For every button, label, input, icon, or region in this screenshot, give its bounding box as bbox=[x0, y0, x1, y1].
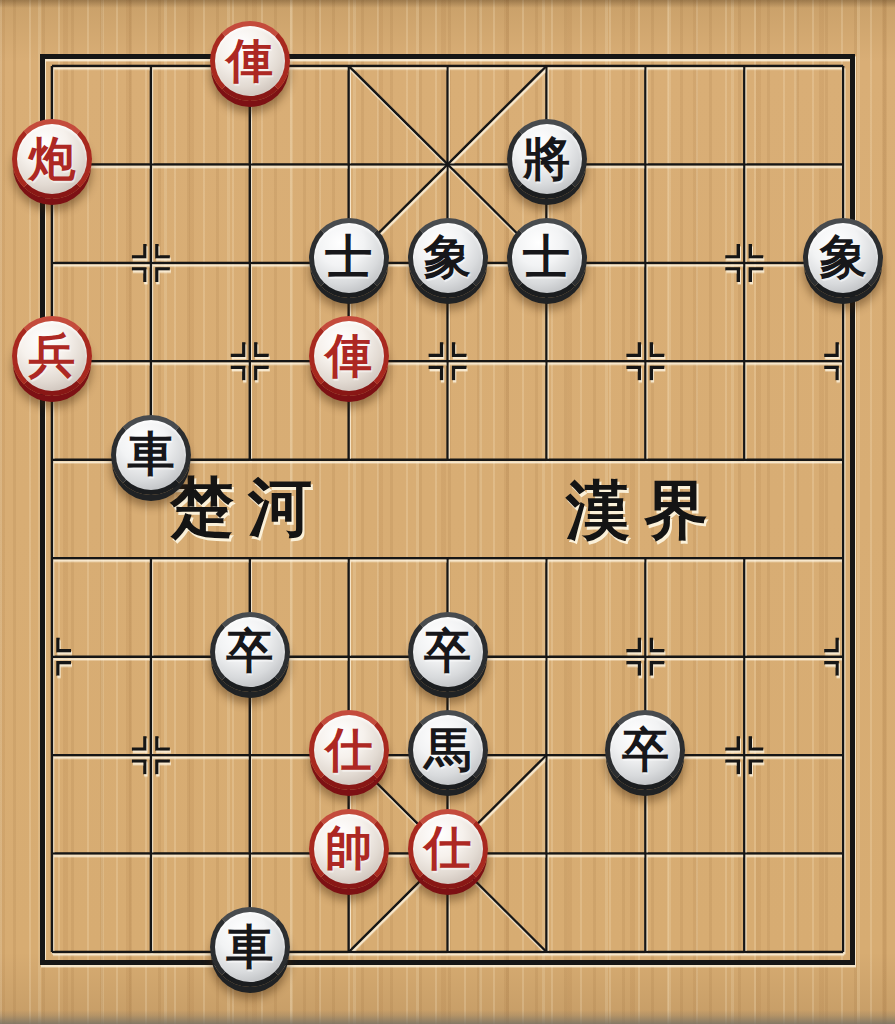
piece-glyph: 兵 bbox=[29, 332, 76, 381]
piece-black-chariot[interactable]: 車 bbox=[210, 907, 290, 987]
piece-glyph: 帥 bbox=[325, 824, 372, 873]
piece-glyph: 士 bbox=[523, 233, 570, 282]
piece-black-general[interactable]: 將 bbox=[507, 119, 587, 199]
piece-red-general[interactable]: 帥 bbox=[309, 809, 389, 889]
piece-red-cannon[interactable]: 炮 bbox=[12, 119, 92, 199]
piece-black-elephant[interactable]: 象 bbox=[803, 218, 883, 298]
piece-black-advisor[interactable]: 士 bbox=[507, 218, 587, 298]
piece-glyph: 卒 bbox=[622, 726, 669, 775]
piece-glyph: 馬 bbox=[424, 726, 471, 775]
piece-red-chariot[interactable]: 俥 bbox=[309, 316, 389, 396]
piece-glyph: 卒 bbox=[424, 627, 471, 676]
piece-red-soldier[interactable]: 兵 bbox=[12, 316, 92, 396]
piece-glyph: 卒 bbox=[226, 627, 273, 676]
piece-glyph: 將 bbox=[523, 135, 570, 184]
piece-glyph: 炮 bbox=[29, 135, 76, 184]
piece-red-advisor[interactable]: 仕 bbox=[309, 710, 389, 790]
piece-black-advisor[interactable]: 士 bbox=[309, 218, 389, 298]
piece-glyph: 象 bbox=[820, 233, 867, 282]
piece-glyph: 士 bbox=[325, 233, 372, 282]
piece-glyph: 車 bbox=[127, 430, 174, 479]
piece-black-soldier[interactable]: 卒 bbox=[210, 612, 290, 692]
piece-red-advisor[interactable]: 仕 bbox=[408, 809, 488, 889]
xiangqi-board: 楚河 漢界 俥炮將士象士象兵俥車卒卒仕馬卒帥仕車 bbox=[0, 0, 895, 1024]
piece-glyph: 車 bbox=[226, 923, 273, 972]
piece-glyph: 仕 bbox=[424, 824, 471, 873]
piece-glyph: 俥 bbox=[226, 37, 273, 86]
piece-black-horse[interactable]: 馬 bbox=[408, 710, 488, 790]
piece-red-chariot[interactable]: 俥 bbox=[210, 21, 290, 101]
piece-glyph: 象 bbox=[424, 233, 471, 282]
piece-black-chariot[interactable]: 車 bbox=[111, 415, 191, 495]
piece-black-elephant[interactable]: 象 bbox=[408, 218, 488, 298]
piece-black-soldier[interactable]: 卒 bbox=[605, 710, 685, 790]
piece-glyph: 俥 bbox=[325, 332, 372, 381]
piece-black-soldier[interactable]: 卒 bbox=[408, 612, 488, 692]
piece-glyph: 仕 bbox=[325, 726, 372, 775]
